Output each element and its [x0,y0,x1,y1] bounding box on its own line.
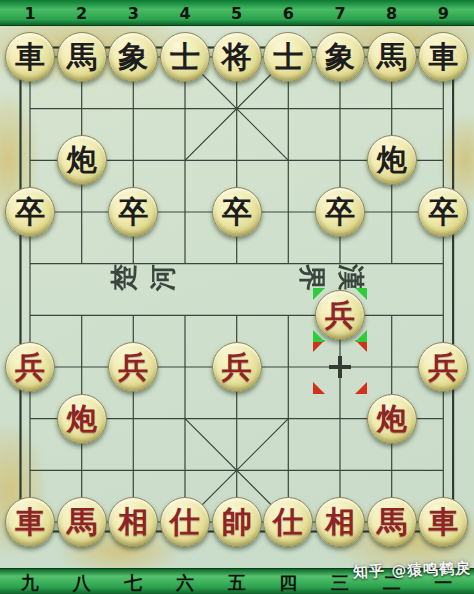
file-label-top-5: 5 [231,4,242,23]
piece-black-卒-f4r3[interactable]: 卒 [212,187,262,237]
file-label-bottom-6: 四 [279,571,297,594]
piece-red-兵-f2r6[interactable]: 兵 [108,342,158,392]
xiangqi-board[interactable]: 楚河 漢界 車馬象士将士象馬車炮炮卒卒卒卒卒兵兵兵兵兵炮炮車馬相仕帥仕相馬車 [0,25,474,568]
file-label-top-2: 2 [76,4,87,23]
piece-black-炮-f7r2[interactable]: 炮 [367,135,417,185]
piece-red-相-f2r9[interactable]: 相 [108,497,158,547]
piece-red-帥-f4r9[interactable]: 帥 [212,497,262,547]
file-label-bottom-2: 八 [73,571,91,594]
piece-red-車-f0r9[interactable]: 車 [5,497,55,547]
board-grid [0,25,474,568]
piece-red-兵-f0r6[interactable]: 兵 [5,342,55,392]
file-label-top-3: 3 [128,4,139,23]
piece-red-馬-f1r9[interactable]: 馬 [57,497,107,547]
piece-black-象-f2r0[interactable]: 象 [108,32,158,82]
piece-black-卒-f2r3[interactable]: 卒 [108,187,158,237]
file-label-top-7: 7 [334,4,345,23]
piece-red-車-f8r9[interactable]: 車 [418,497,468,547]
piece-black-将-f4r0[interactable]: 将 [212,32,262,82]
file-label-bottom-1: 九 [21,571,39,594]
piece-red-兵-f4r6[interactable]: 兵 [212,342,262,392]
file-label-bottom-5: 五 [228,571,246,594]
piece-black-炮-f1r2[interactable]: 炮 [57,135,107,185]
file-label-top-4: 4 [179,4,190,23]
piece-black-士-f5r0[interactable]: 士 [263,32,313,82]
file-label-bottom-3: 七 [124,571,142,594]
piece-black-卒-f8r3[interactable]: 卒 [418,187,468,237]
piece-black-馬-f7r0[interactable]: 馬 [367,32,417,82]
piece-red-炮-f7r7[interactable]: 炮 [367,394,417,444]
piece-black-車-f0r0[interactable]: 車 [5,32,55,82]
piece-red-仕-f5r9[interactable]: 仕 [263,497,313,547]
piece-black-馬-f1r0[interactable]: 馬 [57,32,107,82]
piece-red-兵-f6r5[interactable]: 兵 [315,290,365,340]
piece-black-象-f6r0[interactable]: 象 [315,32,365,82]
piece-red-炮-f1r7[interactable]: 炮 [57,394,107,444]
xiangqi-app: 123456789 楚河 漢界 車 [0,0,474,594]
file-label-bottom-4: 六 [176,571,194,594]
file-label-top-9: 9 [438,4,449,23]
piece-red-馬-f7r9[interactable]: 馬 [367,497,417,547]
file-label-top-8: 8 [386,4,397,23]
file-label-bottom-7: 三 [331,571,349,594]
file-label-top-6: 6 [283,4,294,23]
file-label-top-1: 1 [24,4,35,23]
piece-red-兵-f8r6[interactable]: 兵 [418,342,468,392]
piece-red-仕-f3r9[interactable]: 仕 [160,497,210,547]
piece-black-卒-f0r3[interactable]: 卒 [5,187,55,237]
piece-red-相-f6r9[interactable]: 相 [315,497,365,547]
piece-black-士-f3r0[interactable]: 士 [160,32,210,82]
piece-black-卒-f6r3[interactable]: 卒 [315,187,365,237]
piece-black-車-f8r0[interactable]: 車 [418,32,468,82]
top-file-bar: 123456789 [0,0,474,26]
